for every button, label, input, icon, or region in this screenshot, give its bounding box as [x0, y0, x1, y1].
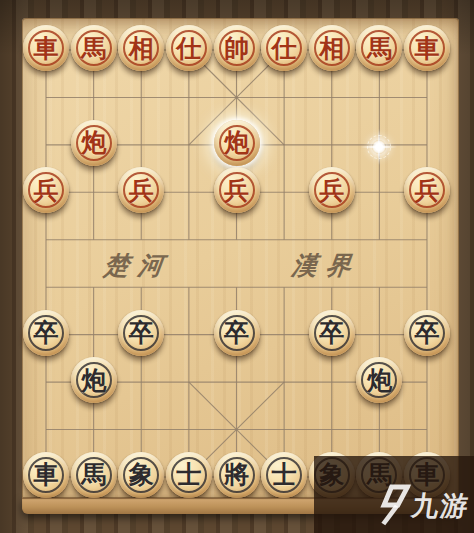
piece-character: 卒 — [309, 310, 355, 356]
xiangqi-board[interactable]: 車馬相仕帥仕相馬車炮炮兵兵兵兵兵卒卒卒卒卒炮炮車馬象士將士象馬車 — [22, 18, 459, 498]
piece-character: 兵 — [23, 167, 69, 213]
piece-character: 炮 — [214, 120, 260, 166]
piece-red-elephant[interactable]: 相 — [309, 25, 355, 71]
river-label-chu-he: 楚河 — [102, 249, 174, 282]
piece-character: 仕 — [166, 25, 212, 71]
piece-character: 兵 — [404, 167, 450, 213]
piece-black-advisor[interactable]: 士 — [166, 452, 212, 498]
piece-character: 象 — [118, 452, 164, 498]
piece-character: 車 — [23, 25, 69, 71]
piece-black-general[interactable]: 將 — [214, 452, 260, 498]
piece-character: 卒 — [214, 310, 260, 356]
piece-red-soldier[interactable]: 兵 — [309, 167, 355, 213]
piece-character: 帥 — [214, 25, 260, 71]
piece-red-horse[interactable]: 馬 — [356, 25, 402, 71]
piece-character: 卒 — [23, 310, 69, 356]
piece-character: 相 — [309, 25, 355, 71]
piece-character: 相 — [118, 25, 164, 71]
board-grid-lines — [22, 18, 459, 498]
piece-character: 炮 — [356, 357, 402, 403]
piece-red-chariot[interactable]: 車 — [23, 25, 69, 71]
piece-red-advisor[interactable]: 仕 — [166, 25, 212, 71]
piece-red-horse[interactable]: 馬 — [71, 25, 117, 71]
piece-red-soldier[interactable]: 兵 — [118, 167, 164, 213]
nine-game-logo-icon — [377, 484, 411, 526]
piece-character: 士 — [166, 452, 212, 498]
piece-black-soldier[interactable]: 卒 — [404, 310, 450, 356]
piece-character: 炮 — [71, 357, 117, 403]
piece-character: 車 — [404, 25, 450, 71]
piece-character: 車 — [23, 452, 69, 498]
xiangqi-app-screenshot: 車馬相仕帥仕相馬車炮炮兵兵兵兵兵卒卒卒卒卒炮炮車馬象士將士象馬車 楚河 漢界 九… — [0, 0, 474, 533]
piece-character: 馬 — [71, 452, 117, 498]
piece-red-elephant[interactable]: 相 — [118, 25, 164, 71]
piece-black-advisor[interactable]: 士 — [261, 452, 307, 498]
piece-character: 兵 — [118, 167, 164, 213]
piece-red-soldier[interactable]: 兵 — [404, 167, 450, 213]
piece-character: 將 — [214, 452, 260, 498]
piece-character: 仕 — [261, 25, 307, 71]
piece-red-soldier[interactable]: 兵 — [214, 167, 260, 213]
piece-character: 卒 — [404, 310, 450, 356]
piece-black-soldier[interactable]: 卒 — [309, 310, 355, 356]
piece-character: 馬 — [71, 25, 117, 71]
piece-character: 兵 — [309, 167, 355, 213]
watermark-overlay: 九游 — [314, 456, 474, 533]
piece-character: 卒 — [118, 310, 164, 356]
piece-character: 馬 — [356, 25, 402, 71]
piece-red-general[interactable]: 帥 — [214, 25, 260, 71]
piece-black-horse[interactable]: 馬 — [71, 452, 117, 498]
move-origin-sparkle-icon — [363, 131, 395, 163]
piece-red-cannon[interactable]: 炮 — [71, 120, 117, 166]
piece-character: 士 — [261, 452, 307, 498]
river-label-han-jie: 漢界 — [290, 249, 362, 282]
piece-red-cannon[interactable]: 炮 — [214, 120, 260, 166]
piece-black-soldier[interactable]: 卒 — [118, 310, 164, 356]
piece-black-elephant[interactable]: 象 — [118, 452, 164, 498]
piece-black-cannon[interactable]: 炮 — [356, 357, 402, 403]
piece-red-soldier[interactable]: 兵 — [23, 167, 69, 213]
piece-character: 炮 — [71, 120, 117, 166]
piece-red-advisor[interactable]: 仕 — [261, 25, 307, 71]
piece-black-soldier[interactable]: 卒 — [214, 310, 260, 356]
piece-black-cannon[interactable]: 炮 — [71, 357, 117, 403]
piece-character: 兵 — [214, 167, 260, 213]
piece-red-chariot[interactable]: 車 — [404, 25, 450, 71]
piece-black-soldier[interactable]: 卒 — [23, 310, 69, 356]
piece-black-chariot[interactable]: 車 — [23, 452, 69, 498]
watermark-text: 九游 — [410, 492, 472, 519]
